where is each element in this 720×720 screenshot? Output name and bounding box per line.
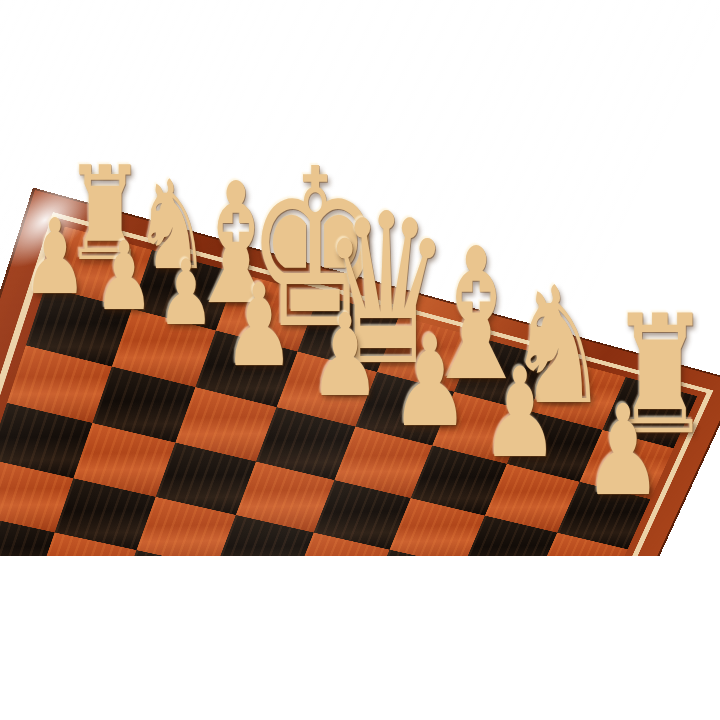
- piece-white-pawn: ♟: [390, 319, 469, 445]
- piece-white-pawn: ♟: [584, 388, 662, 513]
- piece-white-pawn: ♟: [22, 205, 87, 309]
- piece-white-pawn: ♟: [481, 351, 559, 475]
- product-photo: ♜♞♟♝♟♚♟♛♟♝♟♞♟♜♟♟: [0, 0, 720, 556]
- pieces-layer: ♜♞♟♝♟♚♟♛♟♝♟♞♟♜♟♟: [0, 0, 720, 556]
- piece-white-pawn: ♟: [309, 299, 381, 413]
- piece-white-pawn: ♟: [158, 248, 214, 338]
- piece-white-pawn: ♟: [223, 269, 295, 383]
- piece-white-pawn: ♟: [94, 229, 154, 324]
